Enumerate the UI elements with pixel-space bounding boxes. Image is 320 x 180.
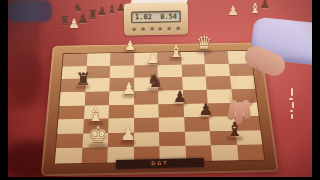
square-f5: [159, 117, 185, 132]
square-g4: [134, 132, 160, 147]
square-b4: [134, 65, 158, 78]
square-d4: [134, 90, 159, 104]
square-b7: [205, 64, 230, 77]
captured-piece: ♞: [74, 3, 83, 13]
square-a1: [63, 54, 87, 67]
piece-shadow: [196, 49, 212, 54]
chess-clock: 1.02 0.54: [124, 2, 189, 35]
square-h8: [237, 145, 265, 161]
square-f4: [134, 118, 159, 133]
square-b1: [62, 66, 87, 79]
banner-script-decor: [289, 86, 296, 120]
square-b6: [181, 64, 206, 77]
piece-shadow: [120, 140, 136, 145]
square-g6: [184, 131, 210, 146]
square-c7: [206, 76, 231, 89]
piece-shadow: [147, 62, 160, 66]
piece-shadow: [147, 87, 163, 92]
piece-shadow: [87, 121, 104, 126]
photo-background: ♜♟♟♜♟♝♟♞♟♝♟ 1.02 0.54 DGT ♟♟♝♛♟♝♚♟♜♞♟♟♝: [8, 0, 312, 177]
captured-piece: ♜: [88, 9, 99, 21]
clock-display: 1.02 0.54: [131, 11, 181, 24]
square-f1: [57, 119, 83, 134]
square-g5: [159, 131, 185, 146]
square-f3: [108, 118, 133, 133]
square-h2: [81, 148, 108, 164]
captured-piece: ♟: [97, 6, 107, 17]
square-h7: [211, 145, 238, 161]
square-a3: [110, 53, 134, 66]
square-e2: [83, 105, 108, 119]
clock-buttons: [132, 27, 180, 32]
square-d6: [182, 90, 207, 104]
piece-shadow: [88, 143, 108, 149]
captured-piece: ♟: [78, 13, 89, 25]
captured-piece: ♟: [227, 4, 239, 17]
square-f6: [184, 117, 210, 132]
pillarbox-bar-left: [0, 0, 8, 180]
cable-bundle: [8, 0, 52, 22]
square-e4: [134, 104, 159, 118]
photo-frame: ♜♟♟♜♟♝♟♞♟♝♟ 1.02 0.54 DGT ♟♟♝♛♟♝♚♟♜♞♟♟♝: [0, 0, 320, 180]
square-a2: [86, 53, 110, 66]
captured-piece: ♟: [260, 0, 270, 10]
square-e3: [109, 104, 134, 118]
square-c6: [182, 77, 207, 90]
square-g1: [56, 133, 83, 148]
square-d1: [59, 92, 84, 106]
piece-shadow: [226, 136, 243, 141]
square-c3: [109, 78, 133, 91]
square-b5: [157, 64, 181, 77]
clock-time-right: 0.54: [160, 13, 177, 20]
square-a6: [180, 52, 204, 65]
square-e1: [58, 105, 84, 119]
square-b2: [86, 66, 110, 79]
pillarbox-bar-right: [312, 0, 320, 180]
clock-time-left: 1.02: [135, 14, 152, 21]
square-b3: [110, 65, 134, 78]
square-d2: [84, 91, 109, 105]
captured-piece: ♝: [249, 1, 262, 15]
letterbox-bar-bottom: [0, 177, 320, 180]
captured-piece: ♝: [107, 4, 117, 15]
board-brand-text: DGT: [151, 161, 169, 166]
piece-shadow: [173, 102, 187, 106]
square-h1: [55, 148, 82, 164]
